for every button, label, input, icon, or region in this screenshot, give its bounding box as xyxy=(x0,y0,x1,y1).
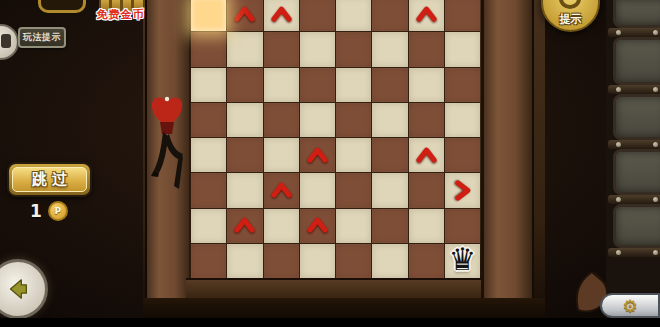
board-cell-g6[interactable] xyxy=(409,68,444,102)
board-cell-b1[interactable] xyxy=(227,244,262,278)
panel-separator xyxy=(608,85,660,94)
board-cell-e2[interactable] xyxy=(336,209,371,243)
board-cell-g3[interactable] xyxy=(409,173,444,207)
board-cell-d2[interactable] xyxy=(300,209,335,243)
board-cell-a8[interactable] xyxy=(191,0,226,31)
arrow-right-icon xyxy=(449,177,476,204)
board-cell-b2[interactable] xyxy=(227,209,262,243)
panel-slot xyxy=(613,94,660,140)
panel-separator xyxy=(608,140,660,149)
board-cell-b6[interactable] xyxy=(227,68,262,102)
board-cell-f7[interactable] xyxy=(372,32,407,66)
board-cell-e1[interactable] xyxy=(336,244,371,278)
panel-separator xyxy=(608,195,660,204)
board-cell-e7[interactable] xyxy=(336,32,371,66)
top-plaque-fragment xyxy=(38,0,86,13)
hanging-doll-decoration xyxy=(146,92,188,204)
scene-background: ♛ 免费金币 玩法提示 跳过 1 P 提示 xyxy=(0,0,660,318)
board-cell-h8[interactable] xyxy=(445,0,480,31)
magnifier-icon xyxy=(559,0,581,9)
board-cell-c3[interactable] xyxy=(264,173,299,207)
board-cell-d4[interactable] xyxy=(300,138,335,172)
board-cell-a6[interactable] xyxy=(191,68,226,102)
board-cell-g4[interactable] xyxy=(409,138,444,172)
board-cell-d1[interactable] xyxy=(300,244,335,278)
board-cell-c8[interactable] xyxy=(264,0,299,31)
board-cell-d5[interactable] xyxy=(300,103,335,137)
board-cell-c4[interactable] xyxy=(264,138,299,172)
board-cell-f1[interactable] xyxy=(372,244,407,278)
board-cell-a2[interactable] xyxy=(191,209,226,243)
panel-slot xyxy=(613,37,660,85)
board-cell-c6[interactable] xyxy=(264,68,299,102)
board-cell-d8[interactable] xyxy=(300,0,335,31)
board-cell-d7[interactable] xyxy=(300,32,335,66)
door-plank-right xyxy=(481,0,534,300)
arrow-up-icon xyxy=(268,177,295,204)
board-cell-f3[interactable] xyxy=(372,173,407,207)
board-cell-a5[interactable] xyxy=(191,103,226,137)
board-cell-h3[interactable] xyxy=(445,173,480,207)
coin-icon: P xyxy=(48,201,68,221)
board-cell-f6[interactable] xyxy=(372,68,407,102)
skip-button-face: 跳过 xyxy=(12,167,87,192)
skip-button[interactable]: 跳过 xyxy=(7,162,92,197)
board-cell-c1[interactable] xyxy=(264,244,299,278)
right-side-panel xyxy=(606,0,660,318)
letterbox-bar xyxy=(0,318,660,327)
left-edge-glyph xyxy=(1,34,11,48)
panel-separator xyxy=(608,28,660,37)
arrow-up-icon xyxy=(304,142,331,169)
board-cell-e6[interactable] xyxy=(336,68,371,102)
board-cell-f5[interactable] xyxy=(372,103,407,137)
board-cell-g2[interactable] xyxy=(409,209,444,243)
board-cell-h4[interactable] xyxy=(445,138,480,172)
board-cell-h5[interactable] xyxy=(445,103,480,137)
board-cell-g7[interactable] xyxy=(409,32,444,66)
board-cell-e3[interactable] xyxy=(336,173,371,207)
black-queen-piece[interactable]: ♛ xyxy=(448,244,476,275)
board-cell-a7[interactable] xyxy=(191,32,226,66)
board-cell-g5[interactable] xyxy=(409,103,444,137)
howto-button[interactable]: 玩法提示 xyxy=(18,27,66,48)
board-cell-h7[interactable] xyxy=(445,32,480,66)
arrow-up-icon xyxy=(304,212,331,239)
hint-button[interactable]: 提示 xyxy=(541,0,600,32)
board-cell-b3[interactable] xyxy=(227,173,262,207)
board-cell-c7[interactable] xyxy=(264,32,299,66)
board: ♛ xyxy=(189,0,480,278)
door-shadow xyxy=(143,298,545,318)
board-cell-b4[interactable] xyxy=(227,138,262,172)
arrow-up-icon xyxy=(231,1,258,28)
board-cell-f8[interactable] xyxy=(372,0,407,31)
board-cell-c2[interactable] xyxy=(264,209,299,243)
board-cell-b8[interactable] xyxy=(227,0,262,31)
coin-count: 1 xyxy=(30,201,42,221)
hint-button-label: 提示 xyxy=(543,12,598,27)
board-cell-e4[interactable] xyxy=(336,138,371,172)
game-screen: ♛ 免费金币 玩法提示 跳过 1 P 提示 xyxy=(0,0,660,327)
coin-counter: 1 P xyxy=(30,201,68,221)
arrow-up-icon xyxy=(413,142,440,169)
undo-button[interactable] xyxy=(0,259,48,318)
arrow-up-icon xyxy=(268,1,295,28)
board-cell-a4[interactable] xyxy=(191,138,226,172)
panel-slot xyxy=(613,149,660,195)
board-cell-b5[interactable] xyxy=(227,103,262,137)
board-cell-e5[interactable] xyxy=(336,103,371,137)
board-cell-a1[interactable] xyxy=(191,244,226,278)
board-cell-a3[interactable] xyxy=(191,173,226,207)
board-cell-d3[interactable] xyxy=(300,173,335,207)
board-cell-d6[interactable] xyxy=(300,68,335,102)
settings-button[interactable]: ⚙ xyxy=(600,293,660,318)
arrow-up-icon xyxy=(413,1,440,28)
board-cell-c5[interactable] xyxy=(264,103,299,137)
undo-arrow-icon xyxy=(3,274,33,304)
board-cell-g8[interactable] xyxy=(409,0,444,31)
board-cell-g1[interactable] xyxy=(409,244,444,278)
gear-icon: ⚙ xyxy=(622,296,637,316)
arrow-up-icon xyxy=(231,212,258,239)
coin-letter: P xyxy=(55,206,62,216)
board-cell-h2[interactable] xyxy=(445,209,480,243)
board-cell-f2[interactable] xyxy=(372,209,407,243)
board-cell-h6[interactable] xyxy=(445,68,480,102)
skip-button-label: 跳过 xyxy=(32,170,72,189)
board-cell-f4[interactable] xyxy=(372,138,407,172)
panel-slot xyxy=(613,0,660,28)
free-coins-label[interactable]: 免费金币 xyxy=(88,7,153,22)
board-cell-b7[interactable] xyxy=(227,32,262,66)
board-cell-h1[interactable]: ♛ xyxy=(445,244,480,278)
panel-slot xyxy=(613,204,660,248)
board-cell-e8[interactable] xyxy=(336,0,371,31)
panel-separator xyxy=(608,248,660,257)
left-edge-icon[interactable] xyxy=(0,24,19,60)
